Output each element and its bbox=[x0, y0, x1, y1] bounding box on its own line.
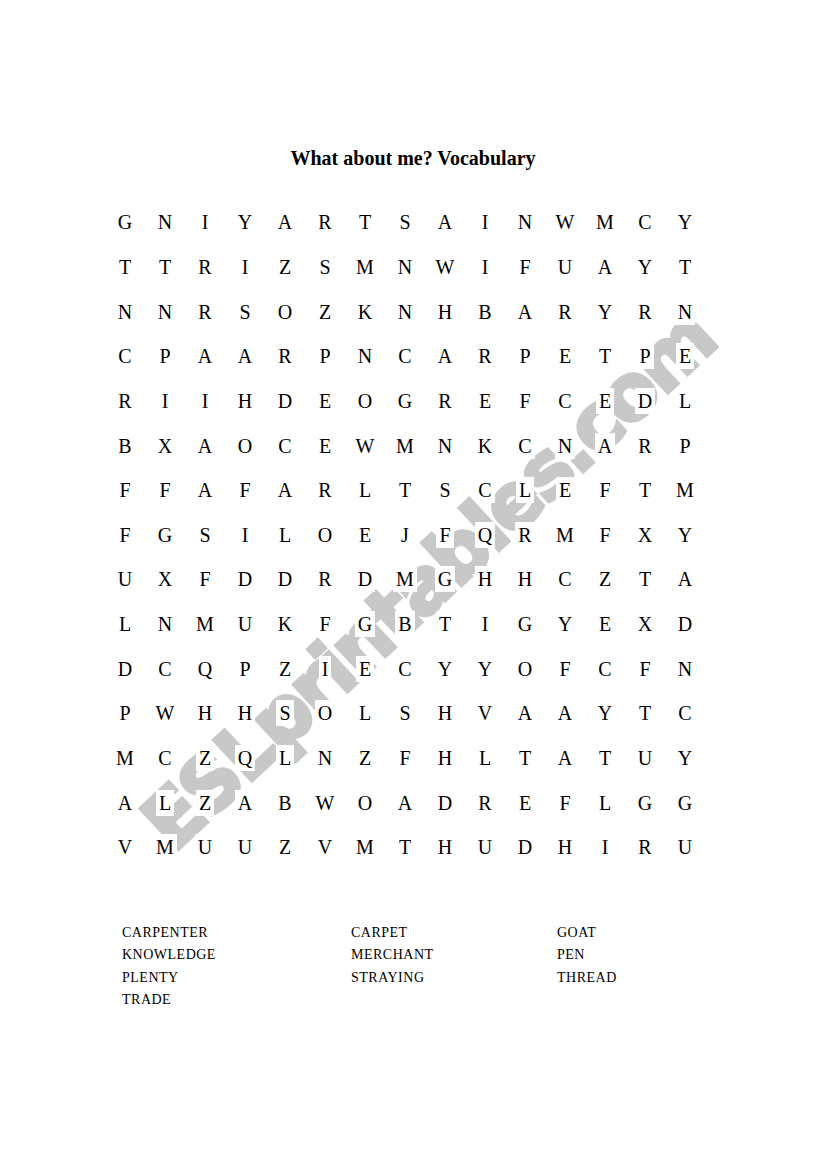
grid-letter: P bbox=[316, 343, 333, 369]
grid-cell-r14c10: R bbox=[465, 780, 505, 825]
grid-cell-r5c8: G bbox=[385, 379, 425, 424]
grid-letter: C bbox=[395, 343, 414, 369]
grid-cell-r13c5: L bbox=[265, 736, 305, 781]
grid-cell-r12c9: H bbox=[425, 691, 465, 736]
grid-cell-r8c7: E bbox=[345, 512, 385, 557]
grid-letter: E bbox=[516, 790, 534, 816]
grid-letter: L bbox=[156, 790, 174, 816]
grid-cell-r6c12: N bbox=[545, 423, 585, 468]
word-list-item: MERCHANT bbox=[351, 944, 436, 966]
grid-letter: K bbox=[355, 299, 375, 325]
grid-cell-r2c11: F bbox=[505, 245, 545, 290]
grid-letter: I bbox=[479, 209, 492, 235]
grid-cell-r4c15: E bbox=[665, 334, 705, 379]
grid-cell-r2c15: T bbox=[665, 245, 705, 290]
grid-cell-r15c3: U bbox=[185, 825, 225, 870]
grid-letter: S bbox=[276, 700, 293, 726]
grid-letter: A bbox=[195, 433, 215, 459]
grid-letter: T bbox=[636, 700, 654, 726]
grid-cell-r7c15: M bbox=[665, 468, 705, 513]
grid-cell-r12c6: O bbox=[305, 691, 345, 736]
grid-letter: X bbox=[155, 433, 175, 459]
grid-letter: O bbox=[235, 433, 255, 459]
grid-cell-r2c12: U bbox=[545, 245, 585, 290]
grid-letter: V bbox=[115, 834, 135, 860]
grid-letter: N bbox=[155, 209, 175, 235]
grid-cell-r7c14: T bbox=[625, 468, 665, 513]
grid-cell-r14c14: G bbox=[625, 780, 665, 825]
grid-cell-r6c7: W bbox=[345, 423, 385, 468]
grid-letter: G bbox=[395, 388, 415, 414]
grid-cell-r4c1: C bbox=[105, 334, 145, 379]
grid-cell-r4c2: P bbox=[145, 334, 185, 379]
grid-letter: Z bbox=[276, 656, 294, 682]
grid-letter: C bbox=[555, 388, 574, 414]
grid-cell-r9c1: U bbox=[105, 557, 145, 602]
grid-letter: P bbox=[236, 656, 253, 682]
grid-cell-r1c6: R bbox=[305, 200, 345, 245]
grid-letter: D bbox=[275, 388, 295, 414]
grid-cell-r14c6: W bbox=[305, 780, 345, 825]
grid-letter: B bbox=[275, 790, 294, 816]
grid-letter: A bbox=[235, 343, 255, 369]
grid-cell-r9c3: F bbox=[185, 557, 225, 602]
grid-letter: R bbox=[195, 254, 214, 280]
grid-letter: C bbox=[395, 656, 414, 682]
grid-letter: L bbox=[356, 700, 374, 726]
grid-cell-r6c2: X bbox=[145, 423, 185, 468]
grid-letter: T bbox=[676, 254, 694, 280]
grid-cell-r13c10: L bbox=[465, 736, 505, 781]
grid-cell-r11c9: Y bbox=[425, 646, 465, 691]
grid-letter: H bbox=[235, 388, 255, 414]
grid-cell-r11c12: F bbox=[545, 646, 585, 691]
grid-cell-r11c3: Q bbox=[185, 646, 225, 691]
grid-letter: I bbox=[159, 388, 172, 414]
grid-letter: I bbox=[239, 254, 252, 280]
grid-cell-r8c11: R bbox=[505, 512, 545, 557]
grid-letter: A bbox=[395, 790, 415, 816]
grid-cell-r3c10: B bbox=[465, 289, 505, 334]
grid-letter: M bbox=[353, 834, 377, 860]
grid-cell-r1c2: N bbox=[145, 200, 185, 245]
grid-cell-r9c2: X bbox=[145, 557, 185, 602]
grid-cell-r15c12: H bbox=[545, 825, 585, 870]
grid-cell-r7c12: E bbox=[545, 468, 585, 513]
grid-cell-r7c2: F bbox=[145, 468, 185, 513]
grid-cell-r11c2: C bbox=[145, 646, 185, 691]
grid-letter: O bbox=[275, 299, 295, 325]
grid-letter: Y bbox=[475, 656, 495, 682]
grid-letter: O bbox=[355, 790, 375, 816]
grid-letter: N bbox=[555, 433, 575, 459]
grid-letter: M bbox=[353, 254, 377, 280]
grid-letter: V bbox=[475, 700, 495, 726]
grid-cell-r8c6: O bbox=[305, 512, 345, 557]
grid-letter: O bbox=[355, 388, 375, 414]
grid-letter: Z bbox=[356, 745, 374, 771]
grid-letter: S bbox=[436, 477, 453, 503]
grid-cell-r3c15: N bbox=[665, 289, 705, 334]
grid-letter: E bbox=[356, 522, 374, 548]
word-list-column-2: CARPET MERCHANT STRAYING bbox=[351, 922, 436, 989]
grid-cell-r3c3: R bbox=[185, 289, 225, 334]
grid-cell-r4c9: A bbox=[425, 334, 465, 379]
grid-cell-r9c15: A bbox=[665, 557, 705, 602]
grid-cell-r13c9: H bbox=[425, 736, 465, 781]
grid-letter: P bbox=[676, 433, 693, 459]
grid-letter: E bbox=[476, 388, 494, 414]
word-list-column-3: GOAT PEN THREAD bbox=[557, 922, 619, 989]
grid-letter: W bbox=[553, 209, 578, 235]
grid-letter: N bbox=[675, 656, 695, 682]
grid-cell-r1c14: C bbox=[625, 200, 665, 245]
grid-letter: T bbox=[396, 834, 414, 860]
grid-letter: R bbox=[555, 299, 574, 325]
grid-cell-r13c11: T bbox=[505, 736, 545, 781]
grid-cell-r10c14: X bbox=[625, 602, 665, 647]
grid-cell-r8c10: Q bbox=[465, 512, 505, 557]
grid-letter: R bbox=[515, 522, 534, 548]
grid-letter: F bbox=[596, 477, 613, 503]
grid-letter: D bbox=[515, 834, 535, 860]
grid-letter: A bbox=[515, 299, 535, 325]
grid-letter: C bbox=[555, 566, 574, 592]
grid-letter: P bbox=[156, 343, 173, 369]
grid-letter: A bbox=[435, 209, 455, 235]
grid-letter: W bbox=[353, 433, 378, 459]
grid-cell-r5c4: H bbox=[225, 379, 265, 424]
grid-letter: A bbox=[275, 209, 295, 235]
grid-cell-r3c8: N bbox=[385, 289, 425, 334]
grid-letter: D bbox=[115, 656, 135, 682]
grid-cell-r2c14: Y bbox=[625, 245, 665, 290]
grid-letter: A bbox=[435, 343, 455, 369]
grid-cell-r6c15: P bbox=[665, 423, 705, 468]
grid-cell-r7c4: F bbox=[225, 468, 265, 513]
grid-letter: W bbox=[433, 254, 458, 280]
grid-cell-r12c1: P bbox=[105, 691, 145, 736]
grid-letter: R bbox=[635, 299, 654, 325]
grid-cell-r2c13: A bbox=[585, 245, 625, 290]
grid-letter: A bbox=[275, 477, 295, 503]
grid-cell-r13c2: C bbox=[145, 736, 185, 781]
grid-cell-r4c3: A bbox=[185, 334, 225, 379]
grid-letter: F bbox=[116, 477, 133, 503]
grid-cell-r8c12: M bbox=[545, 512, 585, 557]
grid-letter: R bbox=[315, 566, 334, 592]
grid-letter: F bbox=[636, 656, 653, 682]
grid-letter: S bbox=[236, 299, 253, 325]
grid-cell-r4c12: E bbox=[545, 334, 585, 379]
grid-letter: U bbox=[635, 745, 655, 771]
grid-letter: O bbox=[515, 656, 535, 682]
grid-letter: Y bbox=[595, 700, 615, 726]
grid-cell-r3c12: R bbox=[545, 289, 585, 334]
grid-letter: Y bbox=[635, 254, 655, 280]
grid-letter: Z bbox=[196, 790, 214, 816]
grid-cell-r13c15: Y bbox=[665, 736, 705, 781]
grid-letter: D bbox=[635, 388, 655, 414]
grid-cell-r4c13: T bbox=[585, 334, 625, 379]
grid-letter: T bbox=[636, 566, 654, 592]
grid-letter: G bbox=[155, 522, 175, 548]
grid-letter: L bbox=[116, 611, 134, 637]
grid-cell-r7c7: L bbox=[345, 468, 385, 513]
grid-letter: A bbox=[675, 566, 695, 592]
grid-letter: U bbox=[475, 834, 495, 860]
grid-cell-r8c15: Y bbox=[665, 512, 705, 557]
grid-cell-r15c7: M bbox=[345, 825, 385, 870]
grid-cell-r1c4: Y bbox=[225, 200, 265, 245]
grid-letter: R bbox=[475, 790, 494, 816]
grid-letter: Y bbox=[555, 611, 575, 637]
grid-cell-r15c4: U bbox=[225, 825, 265, 870]
grid-cell-r12c5: S bbox=[265, 691, 305, 736]
grid-letter: Y bbox=[675, 209, 695, 235]
grid-letter: E bbox=[356, 656, 374, 682]
grid-cell-r1c8: S bbox=[385, 200, 425, 245]
grid-letter: T bbox=[396, 477, 414, 503]
grid-letter: B bbox=[475, 299, 494, 325]
grid-cell-r9c5: D bbox=[265, 557, 305, 602]
grid-letter: C bbox=[515, 433, 534, 459]
grid-letter: Z bbox=[276, 834, 294, 860]
grid-letter: T bbox=[156, 254, 174, 280]
grid-letter: I bbox=[199, 388, 212, 414]
grid-cell-r11c5: Z bbox=[265, 646, 305, 691]
word-list-item: PLENTY bbox=[122, 967, 218, 989]
grid-cell-r9c13: Z bbox=[585, 557, 625, 602]
grid-cell-r15c15: U bbox=[665, 825, 705, 870]
grid-letter: N bbox=[395, 299, 415, 325]
grid-cell-r1c10: I bbox=[465, 200, 505, 245]
grid-letter: A bbox=[555, 700, 575, 726]
grid-letter: S bbox=[196, 522, 213, 548]
grid-letter: R bbox=[635, 834, 654, 860]
grid-letter: G bbox=[435, 566, 455, 592]
grid-cell-r9c14: T bbox=[625, 557, 665, 602]
grid-letter: I bbox=[239, 522, 252, 548]
grid-letter: L bbox=[676, 388, 694, 414]
grid-cell-r9c8: M bbox=[385, 557, 425, 602]
grid-letter: E bbox=[316, 388, 334, 414]
grid-letter: E bbox=[596, 611, 614, 637]
grid-cell-r6c9: N bbox=[425, 423, 465, 468]
grid-letter: H bbox=[435, 834, 455, 860]
grid-cell-r2c7: M bbox=[345, 245, 385, 290]
grid-cell-r1c11: N bbox=[505, 200, 545, 245]
grid-cell-r13c7: Z bbox=[345, 736, 385, 781]
grid-letter: F bbox=[556, 656, 573, 682]
grid-letter: Z bbox=[276, 254, 294, 280]
grid-cell-r13c13: T bbox=[585, 736, 625, 781]
grid-cell-r8c9: F bbox=[425, 512, 465, 557]
word-list-item: KNOWLEDGE bbox=[122, 944, 218, 966]
grid-letter: C bbox=[595, 656, 614, 682]
grid-cell-r8c3: S bbox=[185, 512, 225, 557]
grid-letter: S bbox=[396, 700, 413, 726]
grid-cell-r9c4: D bbox=[225, 557, 265, 602]
grid-letter: H bbox=[435, 700, 455, 726]
grid-cell-r1c13: M bbox=[585, 200, 625, 245]
grid-cell-r15c11: D bbox=[505, 825, 545, 870]
grid-cell-r7c6: R bbox=[305, 468, 345, 513]
grid-cell-r4c10: R bbox=[465, 334, 505, 379]
grid-letter: E bbox=[556, 343, 574, 369]
word-list-item: PEN bbox=[557, 944, 619, 966]
grid-letter: N bbox=[115, 299, 135, 325]
grid-cell-r13c3: Z bbox=[185, 736, 225, 781]
grid-letter: A bbox=[115, 790, 135, 816]
grid-letter: C bbox=[635, 209, 654, 235]
grid-letter: P bbox=[116, 700, 133, 726]
grid-letter: Z bbox=[316, 299, 334, 325]
grid-cell-r7c5: A bbox=[265, 468, 305, 513]
grid-letter: L bbox=[476, 745, 494, 771]
grid-cell-r5c3: I bbox=[185, 379, 225, 424]
grid-letter: T bbox=[596, 343, 614, 369]
grid-letter: O bbox=[315, 522, 335, 548]
grid-letter: R bbox=[315, 477, 334, 503]
grid-letter: R bbox=[635, 433, 654, 459]
grid-cell-r10c12: Y bbox=[545, 602, 585, 647]
grid-cell-r15c1: V bbox=[105, 825, 145, 870]
grid-cell-r14c13: L bbox=[585, 780, 625, 825]
grid-letter: P bbox=[516, 343, 533, 369]
grid-cell-r10c6: F bbox=[305, 602, 345, 647]
grid-cell-r4c14: P bbox=[625, 334, 665, 379]
grid-cell-r8c4: I bbox=[225, 512, 265, 557]
grid-cell-r7c13: F bbox=[585, 468, 625, 513]
grid-cell-r9c6: R bbox=[305, 557, 345, 602]
grid-cell-r2c9: W bbox=[425, 245, 465, 290]
grid-cell-r1c12: W bbox=[545, 200, 585, 245]
grid-letter: L bbox=[516, 477, 534, 503]
grid-letter: M bbox=[193, 611, 217, 637]
grid-cell-r1c15: Y bbox=[665, 200, 705, 245]
grid-cell-r11c7: E bbox=[345, 646, 385, 691]
grid-cell-r9c11: H bbox=[505, 557, 545, 602]
grid-cell-r10c8: B bbox=[385, 602, 425, 647]
grid-cell-r15c14: R bbox=[625, 825, 665, 870]
word-list-item: TRADE bbox=[122, 989, 218, 1011]
grid-letter: C bbox=[675, 700, 694, 726]
grid-cell-r14c8: A bbox=[385, 780, 425, 825]
grid-cell-r7c8: T bbox=[385, 468, 425, 513]
grid-letter: M bbox=[113, 745, 137, 771]
grid-letter: H bbox=[475, 566, 495, 592]
grid-letter: M bbox=[153, 834, 177, 860]
grid-cell-r10c10: I bbox=[465, 602, 505, 647]
grid-cell-r14c12: F bbox=[545, 780, 585, 825]
grid-cell-r3c11: A bbox=[505, 289, 545, 334]
grid-cell-r6c14: R bbox=[625, 423, 665, 468]
grid-letter: J bbox=[398, 522, 412, 548]
grid-letter: R bbox=[475, 343, 494, 369]
grid-letter: A bbox=[515, 700, 535, 726]
grid-cell-r12c11: A bbox=[505, 691, 545, 736]
grid-letter: T bbox=[356, 209, 374, 235]
grid-letter: T bbox=[116, 254, 134, 280]
grid-cell-r1c1: G bbox=[105, 200, 145, 245]
grid-cell-r11c6: I bbox=[305, 646, 345, 691]
grid-letter: Q bbox=[475, 522, 495, 548]
grid-letter: H bbox=[435, 745, 455, 771]
grid-letter: G bbox=[115, 209, 135, 235]
grid-cell-r14c7: O bbox=[345, 780, 385, 825]
grid-cell-r6c8: M bbox=[385, 423, 425, 468]
grid-letter: H bbox=[555, 834, 575, 860]
grid-cell-r15c6: V bbox=[305, 825, 345, 870]
grid-cell-r15c9: H bbox=[425, 825, 465, 870]
grid-cell-r14c1: A bbox=[105, 780, 145, 825]
grid-cell-r5c9: R bbox=[425, 379, 465, 424]
word-list-item: THREAD bbox=[557, 967, 619, 989]
grid-letter: Y bbox=[595, 299, 615, 325]
grid-cell-r6c3: A bbox=[185, 423, 225, 468]
grid-cell-r10c5: K bbox=[265, 602, 305, 647]
grid-letter: R bbox=[115, 388, 134, 414]
word-list-column-1: CARPENTER KNOWLEDGE PLENTY TRADE bbox=[122, 922, 218, 1012]
grid-letter: T bbox=[516, 745, 534, 771]
grid-cell-r3c13: Y bbox=[585, 289, 625, 334]
grid-cell-r10c15: D bbox=[665, 602, 705, 647]
grid-cell-r9c12: C bbox=[545, 557, 585, 602]
grid-cell-r15c13: I bbox=[585, 825, 625, 870]
grid-cell-r12c14: T bbox=[625, 691, 665, 736]
grid-letter: E bbox=[596, 388, 614, 414]
grid-letter: G bbox=[515, 611, 535, 637]
grid-letter: X bbox=[635, 611, 655, 637]
grid-letter: M bbox=[673, 477, 697, 503]
grid-cell-r12c12: A bbox=[545, 691, 585, 736]
grid-letter: E bbox=[316, 433, 334, 459]
grid-cell-r4c6: P bbox=[305, 334, 345, 379]
grid-letter: S bbox=[396, 209, 413, 235]
page-title-text: What about me? Vocabulary bbox=[286, 146, 539, 170]
grid-letter: C bbox=[475, 477, 494, 503]
grid-letter: N bbox=[155, 299, 175, 325]
grid-cell-r5c1: R bbox=[105, 379, 145, 424]
grid-letter: M bbox=[593, 209, 617, 235]
grid-letter: U bbox=[555, 254, 575, 280]
grid-cell-r8c1: F bbox=[105, 512, 145, 557]
grid-letter: D bbox=[435, 790, 455, 816]
grid-cell-r3c7: K bbox=[345, 289, 385, 334]
grid-letter: Y bbox=[235, 209, 255, 235]
grid-cell-r1c5: A bbox=[265, 200, 305, 245]
grid-cell-r6c5: C bbox=[265, 423, 305, 468]
grid-cell-r5c15: L bbox=[665, 379, 705, 424]
grid-cell-r7c9: S bbox=[425, 468, 465, 513]
grid-letter: K bbox=[275, 611, 295, 637]
grid-cell-r13c1: M bbox=[105, 736, 145, 781]
grid-letter: F bbox=[316, 611, 333, 637]
grid-letter: G bbox=[355, 611, 375, 637]
grid-letter: V bbox=[315, 834, 335, 860]
grid-cell-r12c4: H bbox=[225, 691, 265, 736]
grid-cell-r3c14: R bbox=[625, 289, 665, 334]
grid-cell-r3c4: S bbox=[225, 289, 265, 334]
grid-letter: G bbox=[675, 790, 695, 816]
grid-cell-r11c8: C bbox=[385, 646, 425, 691]
grid-cell-r6c1: B bbox=[105, 423, 145, 468]
grid-letter: K bbox=[475, 433, 495, 459]
grid-cell-r12c15: C bbox=[665, 691, 705, 736]
grid-cell-r3c5: O bbox=[265, 289, 305, 334]
grid-letter: U bbox=[675, 834, 695, 860]
